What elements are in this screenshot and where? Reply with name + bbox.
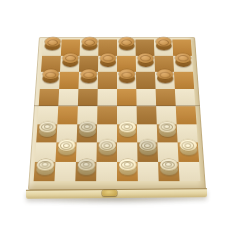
piece-ring	[140, 55, 151, 61]
dark-man-g6[interactable]	[156, 69, 173, 83]
square-e8[interactable]	[117, 40, 136, 56]
light-man-b2[interactable]	[57, 140, 75, 156]
square-b1[interactable]	[54, 161, 76, 181]
square-a5[interactable]	[39, 89, 59, 106]
board-scene	[28, 14, 206, 190]
light-man-d2[interactable]	[98, 140, 116, 156]
dark-man-h7[interactable]	[174, 53, 191, 66]
square-c3[interactable]	[77, 124, 98, 142]
piece-ring-inner	[103, 143, 110, 148]
square-c8[interactable]	[80, 40, 99, 56]
light-man-c1[interactable]	[77, 159, 95, 175]
piece-ring	[159, 71, 170, 78]
piece-ring	[122, 71, 133, 78]
light-man-a3[interactable]	[38, 121, 56, 136]
square-a8[interactable]	[42, 40, 62, 56]
square-b5[interactable]	[58, 89, 78, 106]
light-man-e3[interactable]	[118, 121, 135, 136]
piece-ring	[47, 39, 58, 45]
board-grid	[34, 40, 201, 182]
dark-man-d7[interactable]	[99, 53, 115, 66]
dark-man-a6[interactable]	[42, 69, 59, 83]
piece-ring	[45, 71, 56, 78]
square-c5[interactable]	[78, 89, 98, 106]
piece-ring	[178, 55, 189, 61]
square-e1[interactable]	[117, 161, 138, 181]
square-d5[interactable]	[97, 89, 117, 106]
square-h2[interactable]	[178, 142, 199, 161]
square-b4[interactable]	[57, 106, 77, 124]
product-photo	[0, 0, 225, 225]
square-c1[interactable]	[75, 161, 96, 181]
square-a1[interactable]	[34, 161, 56, 181]
piece-ring	[83, 71, 94, 78]
piece-ring	[84, 39, 95, 45]
square-c6[interactable]	[78, 72, 98, 89]
square-b2[interactable]	[55, 142, 76, 161]
square-g3[interactable]	[157, 124, 178, 142]
dark-man-f7[interactable]	[137, 53, 153, 66]
brass-clasp-icon	[102, 190, 117, 196]
piece-ring	[121, 39, 132, 45]
square-b6[interactable]	[59, 72, 79, 89]
square-a3[interactable]	[36, 124, 57, 142]
piece-ring	[103, 55, 114, 61]
piece-ring-inner	[63, 143, 70, 148]
square-f2[interactable]	[137, 142, 158, 161]
square-h5[interactable]	[175, 89, 195, 106]
square-f1[interactable]	[138, 161, 159, 181]
square-h7[interactable]	[173, 55, 193, 71]
light-man-e1[interactable]	[118, 159, 136, 175]
square-f5[interactable]	[136, 89, 156, 106]
light-man-h2[interactable]	[179, 140, 197, 156]
dark-man-b7[interactable]	[62, 53, 79, 66]
square-d1[interactable]	[96, 161, 117, 181]
piece-ring	[158, 39, 169, 45]
square-g1[interactable]	[158, 161, 180, 181]
square-f7[interactable]	[136, 55, 155, 71]
light-man-a1[interactable]	[36, 159, 55, 175]
square-d7[interactable]	[98, 55, 117, 71]
square-a6[interactable]	[40, 72, 60, 89]
square-e6[interactable]	[117, 72, 136, 89]
square-d6[interactable]	[98, 72, 117, 89]
square-g6[interactable]	[155, 72, 175, 89]
light-man-c3[interactable]	[78, 121, 95, 136]
square-h6[interactable]	[174, 72, 194, 89]
dark-man-e8[interactable]	[118, 37, 134, 50]
square-h1[interactable]	[179, 161, 201, 181]
square-h4[interactable]	[176, 106, 197, 124]
square-g8[interactable]	[154, 40, 173, 56]
light-man-f2[interactable]	[139, 140, 157, 156]
piece-ring-inner	[184, 143, 191, 148]
square-d2[interactable]	[96, 142, 117, 161]
light-man-g1[interactable]	[159, 159, 177, 175]
piece-ring-inner	[144, 143, 151, 148]
square-f6[interactable]	[136, 72, 156, 89]
square-b7[interactable]	[60, 55, 80, 71]
box-front-edge	[26, 188, 207, 199]
dark-man-g8[interactable]	[155, 37, 171, 50]
dark-man-c8[interactable]	[81, 37, 97, 50]
light-man-g3[interactable]	[158, 121, 176, 136]
square-d4[interactable]	[97, 106, 117, 124]
square-g5[interactable]	[156, 89, 176, 106]
dark-man-a8[interactable]	[44, 37, 61, 50]
dark-man-c6[interactable]	[80, 69, 97, 83]
dark-man-e6[interactable]	[118, 69, 134, 83]
square-e3[interactable]	[117, 124, 137, 142]
square-e5[interactable]	[117, 89, 137, 106]
square-f4[interactable]	[137, 106, 157, 124]
checkers-board	[28, 37, 206, 190]
